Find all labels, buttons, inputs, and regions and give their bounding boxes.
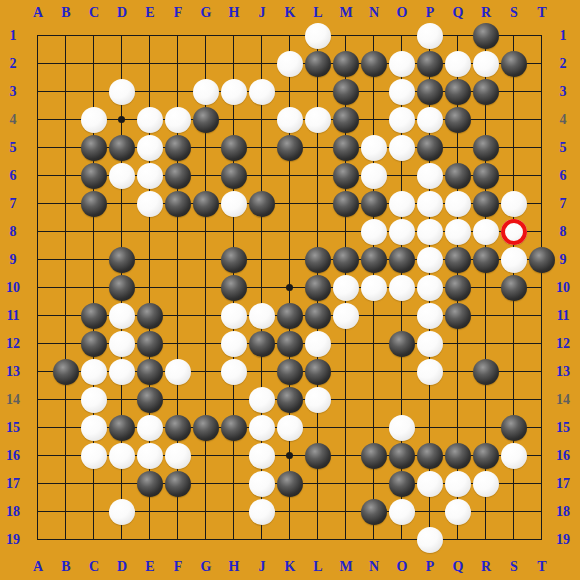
intersection-C9[interactable] — [80, 246, 108, 274]
intersection-S17[interactable] — [500, 470, 528, 498]
intersection-Q7[interactable] — [444, 190, 472, 218]
intersection-T9[interactable] — [528, 246, 556, 274]
intersection-S10[interactable] — [500, 274, 528, 302]
intersection-H2[interactable] — [220, 50, 248, 78]
intersection-E11[interactable] — [136, 302, 164, 330]
intersection-K4[interactable] — [276, 106, 304, 134]
intersection-L12[interactable] — [304, 330, 332, 358]
intersection-E10[interactable] — [136, 274, 164, 302]
intersection-M12[interactable] — [332, 330, 360, 358]
intersection-K13[interactable] — [276, 358, 304, 386]
intersection-F11[interactable] — [164, 302, 192, 330]
intersection-T8[interactable] — [528, 218, 556, 246]
intersection-D14[interactable] — [108, 386, 136, 414]
intersection-E4[interactable] — [136, 106, 164, 134]
intersection-C14[interactable] — [80, 386, 108, 414]
intersection-L19[interactable] — [304, 526, 332, 554]
intersection-B8[interactable] — [52, 218, 80, 246]
intersection-S15[interactable] — [500, 414, 528, 442]
intersection-D7[interactable] — [108, 190, 136, 218]
intersection-E5[interactable] — [136, 134, 164, 162]
intersection-K19[interactable] — [276, 526, 304, 554]
intersection-P10[interactable] — [416, 274, 444, 302]
intersection-T15[interactable] — [528, 414, 556, 442]
intersection-Q6[interactable] — [444, 162, 472, 190]
intersection-Q11[interactable] — [444, 302, 472, 330]
intersection-T13[interactable] — [528, 358, 556, 386]
intersection-K6[interactable] — [276, 162, 304, 190]
intersection-B16[interactable] — [52, 442, 80, 470]
intersection-E2[interactable] — [136, 50, 164, 78]
intersection-D11[interactable] — [108, 302, 136, 330]
intersection-H7[interactable] — [220, 190, 248, 218]
intersection-T14[interactable] — [528, 386, 556, 414]
intersection-N10[interactable] — [360, 274, 388, 302]
intersection-C16[interactable] — [80, 442, 108, 470]
intersection-F19[interactable] — [164, 526, 192, 554]
intersection-S7[interactable] — [500, 190, 528, 218]
intersection-R15[interactable] — [472, 414, 500, 442]
intersection-E7[interactable] — [136, 190, 164, 218]
intersection-P2[interactable] — [416, 50, 444, 78]
intersection-C5[interactable] — [80, 134, 108, 162]
intersection-B9[interactable] — [52, 246, 80, 274]
intersection-S6[interactable] — [500, 162, 528, 190]
intersection-D3[interactable] — [108, 78, 136, 106]
intersection-H12[interactable] — [220, 330, 248, 358]
intersection-T11[interactable] — [528, 302, 556, 330]
intersection-B4[interactable] — [52, 106, 80, 134]
intersection-H15[interactable] — [220, 414, 248, 442]
intersection-G5[interactable] — [192, 134, 220, 162]
intersection-K7[interactable] — [276, 190, 304, 218]
intersection-L1[interactable] — [304, 22, 332, 50]
intersection-J17[interactable] — [248, 470, 276, 498]
intersection-S1[interactable] — [500, 22, 528, 50]
intersection-F6[interactable] — [164, 162, 192, 190]
intersection-E9[interactable] — [136, 246, 164, 274]
intersection-N14[interactable] — [360, 386, 388, 414]
intersection-L10[interactable] — [304, 274, 332, 302]
intersection-K11[interactable] — [276, 302, 304, 330]
intersection-J9[interactable] — [248, 246, 276, 274]
intersection-N3[interactable] — [360, 78, 388, 106]
intersection-O14[interactable] — [388, 386, 416, 414]
intersection-T1[interactable] — [528, 22, 556, 50]
intersection-P9[interactable] — [416, 246, 444, 274]
intersection-L13[interactable] — [304, 358, 332, 386]
intersection-P11[interactable] — [416, 302, 444, 330]
intersection-R7[interactable] — [472, 190, 500, 218]
intersection-T17[interactable] — [528, 470, 556, 498]
intersection-H6[interactable] — [220, 162, 248, 190]
intersection-P3[interactable] — [416, 78, 444, 106]
intersection-G2[interactable] — [192, 50, 220, 78]
intersection-T18[interactable] — [528, 498, 556, 526]
intersection-K8[interactable] — [276, 218, 304, 246]
intersection-B18[interactable] — [52, 498, 80, 526]
intersection-H3[interactable] — [220, 78, 248, 106]
intersection-L5[interactable] — [304, 134, 332, 162]
intersection-J2[interactable] — [248, 50, 276, 78]
intersection-H4[interactable] — [220, 106, 248, 134]
intersection-L4[interactable] — [304, 106, 332, 134]
intersection-M9[interactable] — [332, 246, 360, 274]
intersection-L18[interactable] — [304, 498, 332, 526]
intersection-H14[interactable] — [220, 386, 248, 414]
intersection-B5[interactable] — [52, 134, 80, 162]
intersection-B7[interactable] — [52, 190, 80, 218]
intersection-O6[interactable] — [388, 162, 416, 190]
intersection-O10[interactable] — [388, 274, 416, 302]
intersection-K1[interactable] — [276, 22, 304, 50]
intersection-B10[interactable] — [52, 274, 80, 302]
intersection-Q16[interactable] — [444, 442, 472, 470]
intersection-T3[interactable] — [528, 78, 556, 106]
intersection-G18[interactable] — [192, 498, 220, 526]
intersection-J18[interactable] — [248, 498, 276, 526]
intersection-B14[interactable] — [52, 386, 80, 414]
intersection-J4[interactable] — [248, 106, 276, 134]
intersection-F15[interactable] — [164, 414, 192, 442]
intersection-A9[interactable] — [24, 246, 52, 274]
intersection-K10[interactable] — [276, 274, 304, 302]
intersection-A2[interactable] — [24, 50, 52, 78]
intersection-S11[interactable] — [500, 302, 528, 330]
intersection-P19[interactable] — [416, 526, 444, 554]
intersection-C8[interactable] — [80, 218, 108, 246]
intersection-P8[interactable] — [416, 218, 444, 246]
intersection-L2[interactable] — [304, 50, 332, 78]
intersection-R2[interactable] — [472, 50, 500, 78]
intersection-Q9[interactable] — [444, 246, 472, 274]
intersection-N15[interactable] — [360, 414, 388, 442]
intersection-D15[interactable] — [108, 414, 136, 442]
intersection-P16[interactable] — [416, 442, 444, 470]
intersection-H19[interactable] — [220, 526, 248, 554]
intersection-E13[interactable] — [136, 358, 164, 386]
intersection-B3[interactable] — [52, 78, 80, 106]
intersection-B15[interactable] — [52, 414, 80, 442]
intersection-O9[interactable] — [388, 246, 416, 274]
intersection-N6[interactable] — [360, 162, 388, 190]
intersection-G7[interactable] — [192, 190, 220, 218]
intersection-M8[interactable] — [332, 218, 360, 246]
intersection-A18[interactable] — [24, 498, 52, 526]
intersection-J15[interactable] — [248, 414, 276, 442]
intersection-R12[interactable] — [472, 330, 500, 358]
intersection-S4[interactable] — [500, 106, 528, 134]
intersection-F9[interactable] — [164, 246, 192, 274]
intersection-F3[interactable] — [164, 78, 192, 106]
intersection-R13[interactable] — [472, 358, 500, 386]
intersection-O5[interactable] — [388, 134, 416, 162]
intersection-O18[interactable] — [388, 498, 416, 526]
intersection-N9[interactable] — [360, 246, 388, 274]
intersection-Q1[interactable] — [444, 22, 472, 50]
intersection-N11[interactable] — [360, 302, 388, 330]
intersection-C15[interactable] — [80, 414, 108, 442]
intersection-C2[interactable] — [80, 50, 108, 78]
intersection-G6[interactable] — [192, 162, 220, 190]
intersection-L3[interactable] — [304, 78, 332, 106]
intersection-M17[interactable] — [332, 470, 360, 498]
intersection-G13[interactable] — [192, 358, 220, 386]
intersection-N8[interactable] — [360, 218, 388, 246]
intersection-T12[interactable] — [528, 330, 556, 358]
intersection-S13[interactable] — [500, 358, 528, 386]
intersection-R8[interactable] — [472, 218, 500, 246]
intersection-Q10[interactable] — [444, 274, 472, 302]
intersection-K15[interactable] — [276, 414, 304, 442]
intersection-R5[interactable] — [472, 134, 500, 162]
intersection-C19[interactable] — [80, 526, 108, 554]
intersection-D5[interactable] — [108, 134, 136, 162]
intersection-F16[interactable] — [164, 442, 192, 470]
intersection-R6[interactable] — [472, 162, 500, 190]
intersection-K3[interactable] — [276, 78, 304, 106]
intersection-K16[interactable] — [276, 442, 304, 470]
intersection-G11[interactable] — [192, 302, 220, 330]
intersection-G15[interactable] — [192, 414, 220, 442]
intersection-A6[interactable] — [24, 162, 52, 190]
intersection-O12[interactable] — [388, 330, 416, 358]
intersection-M19[interactable] — [332, 526, 360, 554]
intersection-G1[interactable] — [192, 22, 220, 50]
intersection-P13[interactable] — [416, 358, 444, 386]
intersection-H8[interactable] — [220, 218, 248, 246]
intersection-R1[interactable] — [472, 22, 500, 50]
intersection-E19[interactable] — [136, 526, 164, 554]
intersection-P15[interactable] — [416, 414, 444, 442]
intersection-D17[interactable] — [108, 470, 136, 498]
intersection-L8[interactable] — [304, 218, 332, 246]
intersection-A5[interactable] — [24, 134, 52, 162]
intersection-Q12[interactable] — [444, 330, 472, 358]
intersection-O13[interactable] — [388, 358, 416, 386]
intersection-R10[interactable] — [472, 274, 500, 302]
intersection-D1[interactable] — [108, 22, 136, 50]
intersection-B13[interactable] — [52, 358, 80, 386]
intersection-C6[interactable] — [80, 162, 108, 190]
intersection-Q14[interactable] — [444, 386, 472, 414]
intersection-P12[interactable] — [416, 330, 444, 358]
intersection-B17[interactable] — [52, 470, 80, 498]
intersection-J11[interactable] — [248, 302, 276, 330]
intersection-B19[interactable] — [52, 526, 80, 554]
intersection-L16[interactable] — [304, 442, 332, 470]
intersection-N19[interactable] — [360, 526, 388, 554]
intersection-L11[interactable] — [304, 302, 332, 330]
intersection-D12[interactable] — [108, 330, 136, 358]
intersection-M11[interactable] — [332, 302, 360, 330]
intersection-E17[interactable] — [136, 470, 164, 498]
intersection-K18[interactable] — [276, 498, 304, 526]
intersection-Q3[interactable] — [444, 78, 472, 106]
intersection-P4[interactable] — [416, 106, 444, 134]
intersection-E15[interactable] — [136, 414, 164, 442]
intersection-A13[interactable] — [24, 358, 52, 386]
intersection-H1[interactable] — [220, 22, 248, 50]
intersection-S5[interactable] — [500, 134, 528, 162]
intersection-B6[interactable] — [52, 162, 80, 190]
intersection-O1[interactable] — [388, 22, 416, 50]
intersection-T4[interactable] — [528, 106, 556, 134]
intersection-H13[interactable] — [220, 358, 248, 386]
intersection-F7[interactable] — [164, 190, 192, 218]
intersection-M4[interactable] — [332, 106, 360, 134]
intersection-O8[interactable] — [388, 218, 416, 246]
intersection-G16[interactable] — [192, 442, 220, 470]
intersection-G12[interactable] — [192, 330, 220, 358]
intersection-D4[interactable] — [108, 106, 136, 134]
intersection-D19[interactable] — [108, 526, 136, 554]
intersection-M2[interactable] — [332, 50, 360, 78]
intersection-L7[interactable] — [304, 190, 332, 218]
intersection-E6[interactable] — [136, 162, 164, 190]
intersection-L9[interactable] — [304, 246, 332, 274]
intersection-N2[interactable] — [360, 50, 388, 78]
intersection-P5[interactable] — [416, 134, 444, 162]
intersection-Q19[interactable] — [444, 526, 472, 554]
intersection-A15[interactable] — [24, 414, 52, 442]
intersection-F14[interactable] — [164, 386, 192, 414]
intersection-Q8[interactable] — [444, 218, 472, 246]
intersection-A11[interactable] — [24, 302, 52, 330]
intersection-H9[interactable] — [220, 246, 248, 274]
intersection-A3[interactable] — [24, 78, 52, 106]
intersection-T5[interactable] — [528, 134, 556, 162]
intersection-E3[interactable] — [136, 78, 164, 106]
intersection-Q2[interactable] — [444, 50, 472, 78]
intersection-Q5[interactable] — [444, 134, 472, 162]
intersection-A12[interactable] — [24, 330, 52, 358]
intersection-D10[interactable] — [108, 274, 136, 302]
intersection-P7[interactable] — [416, 190, 444, 218]
intersection-S14[interactable] — [500, 386, 528, 414]
intersection-M5[interactable] — [332, 134, 360, 162]
intersection-N13[interactable] — [360, 358, 388, 386]
intersection-N4[interactable] — [360, 106, 388, 134]
intersection-M15[interactable] — [332, 414, 360, 442]
intersection-R11[interactable] — [472, 302, 500, 330]
intersection-C3[interactable] — [80, 78, 108, 106]
intersection-A17[interactable] — [24, 470, 52, 498]
intersection-J8[interactable] — [248, 218, 276, 246]
intersection-R18[interactable] — [472, 498, 500, 526]
intersection-T7[interactable] — [528, 190, 556, 218]
intersection-O17[interactable] — [388, 470, 416, 498]
intersection-E14[interactable] — [136, 386, 164, 414]
intersection-J3[interactable] — [248, 78, 276, 106]
intersection-O11[interactable] — [388, 302, 416, 330]
intersection-G3[interactable] — [192, 78, 220, 106]
intersection-O19[interactable] — [388, 526, 416, 554]
intersection-K14[interactable] — [276, 386, 304, 414]
intersection-Q17[interactable] — [444, 470, 472, 498]
intersection-Q4[interactable] — [444, 106, 472, 134]
intersection-S3[interactable] — [500, 78, 528, 106]
intersection-C12[interactable] — [80, 330, 108, 358]
intersection-M16[interactable] — [332, 442, 360, 470]
intersection-S8[interactable] — [500, 218, 528, 246]
intersection-F2[interactable] — [164, 50, 192, 78]
intersection-F17[interactable] — [164, 470, 192, 498]
intersection-E1[interactable] — [136, 22, 164, 50]
intersection-J10[interactable] — [248, 274, 276, 302]
intersection-D18[interactable] — [108, 498, 136, 526]
intersection-F10[interactable] — [164, 274, 192, 302]
intersection-D6[interactable] — [108, 162, 136, 190]
intersection-H18[interactable] — [220, 498, 248, 526]
intersection-E12[interactable] — [136, 330, 164, 358]
intersection-M13[interactable] — [332, 358, 360, 386]
intersection-M6[interactable] — [332, 162, 360, 190]
intersection-C18[interactable] — [80, 498, 108, 526]
intersection-A14[interactable] — [24, 386, 52, 414]
intersection-F8[interactable] — [164, 218, 192, 246]
intersection-T2[interactable] — [528, 50, 556, 78]
intersection-M10[interactable] — [332, 274, 360, 302]
intersection-C4[interactable] — [80, 106, 108, 134]
intersection-S12[interactable] — [500, 330, 528, 358]
intersection-K5[interactable] — [276, 134, 304, 162]
intersection-B1[interactable] — [52, 22, 80, 50]
intersection-J14[interactable] — [248, 386, 276, 414]
intersection-L14[interactable] — [304, 386, 332, 414]
intersection-D16[interactable] — [108, 442, 136, 470]
intersection-A4[interactable] — [24, 106, 52, 134]
intersection-O16[interactable] — [388, 442, 416, 470]
intersection-N17[interactable] — [360, 470, 388, 498]
intersection-H11[interactable] — [220, 302, 248, 330]
intersection-C10[interactable] — [80, 274, 108, 302]
intersection-H5[interactable] — [220, 134, 248, 162]
intersection-Q13[interactable] — [444, 358, 472, 386]
intersection-K2[interactable] — [276, 50, 304, 78]
intersection-A8[interactable] — [24, 218, 52, 246]
intersection-S2[interactable] — [500, 50, 528, 78]
intersection-A1[interactable] — [24, 22, 52, 50]
intersection-O7[interactable] — [388, 190, 416, 218]
intersection-N12[interactable] — [360, 330, 388, 358]
intersection-T6[interactable] — [528, 162, 556, 190]
intersection-L15[interactable] — [304, 414, 332, 442]
intersection-G14[interactable] — [192, 386, 220, 414]
intersection-N18[interactable] — [360, 498, 388, 526]
intersection-A16[interactable] — [24, 442, 52, 470]
intersection-S9[interactable] — [500, 246, 528, 274]
intersection-R17[interactable] — [472, 470, 500, 498]
intersection-A10[interactable] — [24, 274, 52, 302]
intersection-J7[interactable] — [248, 190, 276, 218]
intersection-H10[interactable] — [220, 274, 248, 302]
intersection-O2[interactable] — [388, 50, 416, 78]
intersection-E8[interactable] — [136, 218, 164, 246]
intersection-O3[interactable] — [388, 78, 416, 106]
intersection-F13[interactable] — [164, 358, 192, 386]
intersection-F5[interactable] — [164, 134, 192, 162]
intersection-M1[interactable] — [332, 22, 360, 50]
intersection-E16[interactable] — [136, 442, 164, 470]
intersection-M3[interactable] — [332, 78, 360, 106]
intersection-G17[interactable] — [192, 470, 220, 498]
intersection-F4[interactable] — [164, 106, 192, 134]
intersection-B12[interactable] — [52, 330, 80, 358]
intersection-Q15[interactable] — [444, 414, 472, 442]
intersection-G19[interactable] — [192, 526, 220, 554]
intersection-M18[interactable] — [332, 498, 360, 526]
